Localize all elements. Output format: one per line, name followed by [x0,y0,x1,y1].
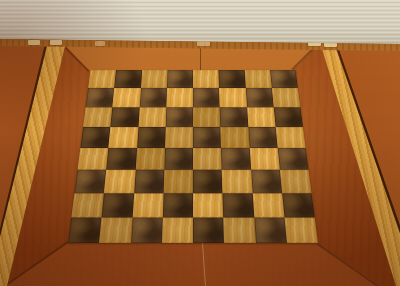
square-e6[interactable] [193,107,220,127]
square-h6[interactable] [273,107,302,127]
chessboard-area [67,70,319,243]
square-f2[interactable] [223,193,254,217]
square-c7[interactable] [139,88,166,107]
square-d8[interactable] [167,70,193,88]
square-g2[interactable] [252,193,284,217]
square-b8[interactable] [114,70,141,88]
square-a4[interactable] [78,148,109,170]
square-f3[interactable] [222,170,252,193]
square-f6[interactable] [220,107,248,127]
square-a8[interactable] [88,70,116,88]
square-e7[interactable] [193,88,220,107]
square-b6[interactable] [111,107,140,127]
square-h5[interactable] [275,127,305,148]
square-c5[interactable] [137,127,166,148]
square-c3[interactable] [134,170,164,193]
square-h1[interactable] [284,217,318,243]
boxwood-inlay-mark [95,41,105,46]
square-h2[interactable] [282,193,315,217]
square-c8[interactable] [141,70,168,88]
square-g5[interactable] [248,127,278,148]
boxwood-inlay-mark [50,40,62,45]
square-e3[interactable] [193,170,223,193]
square-f7[interactable] [219,88,246,107]
square-b2[interactable] [102,193,134,217]
square-d1[interactable] [162,217,193,243]
square-a3[interactable] [75,170,107,193]
square-b3[interactable] [104,170,135,193]
square-f1[interactable] [223,217,255,243]
square-e1[interactable] [193,217,224,243]
square-g3[interactable] [251,170,282,193]
square-b4[interactable] [106,148,136,170]
square-g6[interactable] [247,107,276,127]
square-b7[interactable] [113,88,141,107]
square-d5[interactable] [165,127,193,148]
square-g8[interactable] [244,70,271,88]
games-table-photo [0,0,400,286]
square-h3[interactable] [280,170,312,193]
center-fold-seam-top [200,46,201,71]
square-e2[interactable] [193,193,223,217]
square-c1[interactable] [131,217,163,243]
square-f4[interactable] [221,148,251,170]
square-a1[interactable] [68,217,102,243]
square-f5[interactable] [220,127,249,148]
square-d3[interactable] [163,170,193,193]
square-c4[interactable] [135,148,165,170]
square-g4[interactable] [249,148,279,170]
square-e4[interactable] [193,148,222,170]
square-a2[interactable] [71,193,104,217]
square-e5[interactable] [193,127,221,148]
square-g1[interactable] [254,217,287,243]
chessboard[interactable] [68,70,318,243]
square-c6[interactable] [138,107,166,127]
boxwood-inlay-mark [197,41,210,46]
square-c2[interactable] [132,193,163,217]
square-d4[interactable] [164,148,193,170]
square-b1[interactable] [99,217,132,243]
square-h7[interactable] [272,88,301,107]
square-d6[interactable] [166,107,193,127]
square-h8[interactable] [270,70,298,88]
square-e8[interactable] [193,70,219,88]
square-a6[interactable] [83,107,112,127]
square-g7[interactable] [245,88,273,107]
square-b5[interactable] [109,127,139,148]
square-a5[interactable] [80,127,110,148]
square-d2[interactable] [163,193,193,217]
square-a7[interactable] [86,88,115,107]
square-f8[interactable] [219,70,246,88]
square-h4[interactable] [277,148,308,170]
square-d7[interactable] [166,88,193,107]
boxwood-inlay-mark [28,40,40,45]
